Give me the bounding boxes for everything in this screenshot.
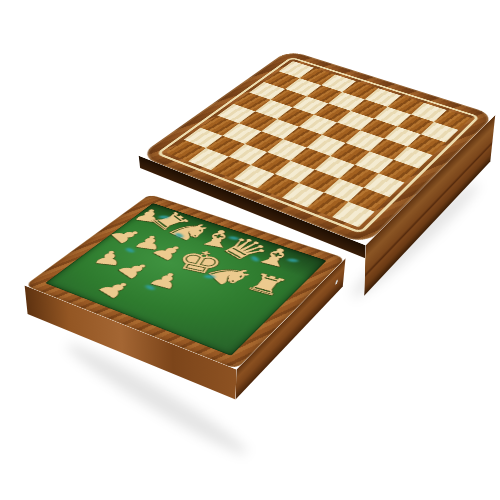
teal-felt-accent xyxy=(159,215,170,218)
product-photo-chess-box: ♟♜♞♝♛♝♟♟♟♚♞♜♟♟♟♟ xyxy=(0,0,500,500)
teal-felt-accent xyxy=(204,274,216,278)
